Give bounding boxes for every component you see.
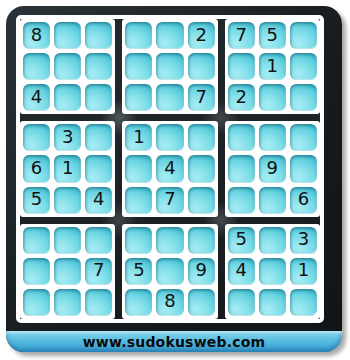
cell-r8c5[interactable]: [156, 258, 183, 285]
cell-r9c4[interactable]: [125, 289, 152, 316]
given-digit: 6: [31, 159, 42, 177]
cell-r9c2[interactable]: [54, 289, 81, 316]
cell-r1c7[interactable]: 7: [228, 22, 255, 49]
cell-r7c1[interactable]: [23, 227, 50, 254]
box-2: 27: [122, 19, 217, 114]
cell-r7c6[interactable]: [188, 227, 215, 254]
cell-r6c6[interactable]: [188, 187, 215, 214]
cell-r6c2[interactable]: [54, 187, 81, 214]
cell-r9c5[interactable]: 8: [156, 289, 183, 316]
cell-r8c3[interactable]: 7: [85, 258, 112, 285]
given-digit: 9: [267, 159, 278, 177]
cell-r2c9[interactable]: [290, 53, 317, 80]
given-digit: 5: [31, 190, 42, 208]
cell-r4c4[interactable]: 1: [125, 124, 152, 151]
cell-r4c9[interactable]: [290, 124, 317, 151]
cell-r5c4[interactable]: [125, 155, 152, 182]
cell-r1c9[interactable]: [290, 22, 317, 49]
box-7: 7: [20, 224, 115, 319]
given-digit: 2: [235, 88, 246, 106]
box-3: 7512: [225, 19, 320, 114]
cell-r8c8[interactable]: [259, 258, 286, 285]
cell-r6c1[interactable]: 5: [23, 187, 50, 214]
cell-r5c8[interactable]: 9: [259, 155, 286, 182]
cell-r1c2[interactable]: [54, 22, 81, 49]
box-1: 84: [20, 19, 115, 114]
cell-r2c2[interactable]: [54, 53, 81, 80]
cell-r3c6[interactable]: 7: [188, 84, 215, 111]
given-digit: 3: [298, 230, 309, 248]
cell-r3c5[interactable]: [156, 84, 183, 111]
cell-r5c5[interactable]: 4: [156, 155, 183, 182]
cell-r6c4[interactable]: [125, 187, 152, 214]
cell-r2c4[interactable]: [125, 53, 152, 80]
given-digit: 3: [62, 128, 73, 146]
cell-r8c2[interactable]: [54, 258, 81, 285]
cell-r6c5[interactable]: 7: [156, 187, 183, 214]
cell-r4c5[interactable]: [156, 124, 183, 151]
footer-bar: www.sudokusweb.com: [6, 331, 342, 352]
cell-r9c1[interactable]: [23, 289, 50, 316]
given-digit: 8: [164, 292, 175, 310]
cell-r7c5[interactable]: [156, 227, 183, 254]
given-digit: 4: [93, 190, 104, 208]
cell-r1c8[interactable]: 5: [259, 22, 286, 49]
cell-r7c2[interactable]: [54, 227, 81, 254]
cell-r1c5[interactable]: [156, 22, 183, 49]
cell-r5c1[interactable]: 6: [23, 155, 50, 182]
cell-r6c3[interactable]: 4: [85, 187, 112, 214]
cell-r3c4[interactable]: [125, 84, 152, 111]
cell-r2c7[interactable]: [228, 53, 255, 80]
cell-r2c1[interactable]: [23, 53, 50, 80]
cell-r4c7[interactable]: [228, 124, 255, 151]
cell-r4c2[interactable]: 3: [54, 124, 81, 151]
cell-r8c9[interactable]: 1: [290, 258, 317, 285]
cell-r1c3[interactable]: [85, 22, 112, 49]
cell-r6c7[interactable]: [228, 187, 255, 214]
cell-r4c3[interactable]: [85, 124, 112, 151]
given-digit: 5: [133, 261, 144, 279]
box-4: 36154: [20, 121, 115, 216]
cell-r4c1[interactable]: [23, 124, 50, 151]
given-digit: 2: [195, 26, 206, 44]
cell-r5c7[interactable]: [228, 155, 255, 182]
cell-r7c8[interactable]: [259, 227, 286, 254]
given-digit: 4: [31, 88, 42, 106]
cell-r2c5[interactable]: [156, 53, 183, 80]
given-digit: 7: [164, 190, 175, 208]
cell-r3c8[interactable]: [259, 84, 286, 111]
box-5: 147: [122, 121, 217, 216]
given-digit: 1: [267, 57, 278, 75]
given-digit: 5: [235, 230, 246, 248]
cell-r7c4[interactable]: [125, 227, 152, 254]
cell-r9c7[interactable]: [228, 289, 255, 316]
cell-r5c6[interactable]: [188, 155, 215, 182]
website-link[interactable]: www.sudokusweb.com: [83, 334, 266, 350]
cell-r9c3[interactable]: [85, 289, 112, 316]
cell-r9c9[interactable]: [290, 289, 317, 316]
cell-r1c4[interactable]: [125, 22, 152, 49]
cell-r8c4[interactable]: 5: [125, 258, 152, 285]
given-digit: 6: [298, 190, 309, 208]
cell-r2c8[interactable]: 1: [259, 53, 286, 80]
cell-r6c9[interactable]: 6: [290, 187, 317, 214]
sudoku-grid: 84277512361541479675985341: [16, 15, 324, 323]
cell-r8c1[interactable]: [23, 258, 50, 285]
given-digit: 9: [195, 261, 206, 279]
sudoku-widget: 84277512361541479675985341 www.sudokuswe…: [0, 0, 350, 360]
cell-r8c7[interactable]: 4: [228, 258, 255, 285]
given-digit: 7: [195, 88, 206, 106]
cell-r7c3[interactable]: [85, 227, 112, 254]
given-digit: 1: [298, 261, 309, 279]
cell-r5c9[interactable]: [290, 155, 317, 182]
cell-r5c3[interactable]: [85, 155, 112, 182]
given-digit: 4: [164, 159, 175, 177]
cell-r3c9[interactable]: [290, 84, 317, 111]
cell-r9c6[interactable]: [188, 289, 215, 316]
box-8: 598: [122, 224, 217, 319]
cell-r3c7[interactable]: 2: [228, 84, 255, 111]
given-digit: 7: [235, 26, 246, 44]
given-digit: 5: [267, 26, 278, 44]
cell-r9c8[interactable]: [259, 289, 286, 316]
cell-r2c3[interactable]: [85, 53, 112, 80]
cell-r5c2[interactable]: 1: [54, 155, 81, 182]
box-9: 5341: [225, 224, 320, 319]
cell-r7c7[interactable]: 5: [228, 227, 255, 254]
cell-r3c3[interactable]: [85, 84, 112, 111]
cell-r1c6[interactable]: 2: [188, 22, 215, 49]
given-digit: 1: [62, 159, 73, 177]
cell-r3c2[interactable]: [54, 84, 81, 111]
given-digit: 4: [235, 261, 246, 279]
cell-r7c9[interactable]: 3: [290, 227, 317, 254]
sudoku-board: 84277512361541479675985341 www.sudokuswe…: [6, 6, 342, 352]
cell-r6c8[interactable]: [259, 187, 286, 214]
cell-r4c8[interactable]: [259, 124, 286, 151]
cell-r3c1[interactable]: 4: [23, 84, 50, 111]
cell-r1c1[interactable]: 8: [23, 22, 50, 49]
box-6: 96: [225, 121, 320, 216]
cell-r2c6[interactable]: [188, 53, 215, 80]
cell-r4c6[interactable]: [188, 124, 215, 151]
given-digit: 8: [31, 26, 42, 44]
given-digit: 1: [133, 128, 144, 146]
given-digit: 7: [93, 261, 104, 279]
cell-r8c6[interactable]: 9: [188, 258, 215, 285]
